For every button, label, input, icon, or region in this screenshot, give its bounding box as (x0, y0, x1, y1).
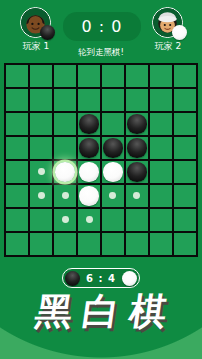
board-cell (30, 137, 52, 159)
player2-white-disc-badge (172, 25, 187, 40)
board-cell (30, 65, 52, 87)
board-cell[interactable] (30, 161, 52, 183)
white-disc-count-icon (122, 271, 137, 286)
board-cell (78, 137, 100, 159)
board-cell (78, 113, 100, 135)
board-cell (78, 185, 100, 207)
board-cell (78, 161, 100, 183)
board-cell[interactable] (126, 185, 148, 207)
board-cell[interactable] (30, 185, 52, 207)
board-cell (54, 113, 76, 135)
black-disc (127, 138, 146, 157)
black-disc (127, 162, 146, 181)
match-score-box: 0 : 0 (63, 12, 141, 41)
board-cell (54, 89, 76, 111)
move-hint[interactable] (62, 192, 69, 199)
board-cell (150, 89, 172, 111)
black-disc (103, 138, 122, 157)
board-cell (6, 137, 28, 159)
player2-panel: 玩家 2 (146, 7, 190, 51)
reversi-app: 玩家 1 0 : 0 玩家 2 轮到走黑棋! 6 : 4 (0, 0, 202, 359)
board-cell (54, 233, 76, 255)
player1-panel: 玩家 1 (14, 7, 58, 51)
black-disc-count-icon (65, 271, 80, 286)
board-cell (102, 137, 124, 159)
board-cell (54, 65, 76, 87)
move-hint[interactable] (38, 168, 45, 175)
board-cell (126, 65, 148, 87)
board-cell (174, 113, 196, 135)
player1-black-disc-badge (40, 25, 55, 40)
black-disc (127, 114, 146, 133)
board-cell (102, 89, 124, 111)
game-title: 黑白棋 (0, 291, 202, 333)
board-cell (78, 233, 100, 255)
disc-count: 6 : 4 (86, 273, 116, 284)
board-cell (150, 209, 172, 231)
board-cell (6, 209, 28, 231)
board-cell (78, 89, 100, 111)
board-cell (174, 89, 196, 111)
board-cell (150, 137, 172, 159)
board-cell (150, 113, 172, 135)
board-cell (6, 185, 28, 207)
board-cell (150, 65, 172, 87)
board-cell (6, 89, 28, 111)
board-cell (78, 65, 100, 87)
black-disc (79, 114, 98, 133)
match-score: 0 : 0 (82, 17, 123, 36)
board-cell (30, 89, 52, 111)
board-cell (54, 137, 76, 159)
board-cell[interactable] (78, 209, 100, 231)
board-cell (174, 137, 196, 159)
board-cell (102, 233, 124, 255)
board-cell (126, 113, 148, 135)
board-cell (30, 233, 52, 255)
board-cell (54, 161, 76, 183)
white-disc (79, 162, 98, 181)
board-cell (174, 209, 196, 231)
board-cell (150, 161, 172, 183)
board-cell[interactable] (54, 185, 76, 207)
board-cell (174, 65, 196, 87)
disc-count-pill: 6 : 4 (62, 268, 140, 288)
board-cell (102, 161, 124, 183)
board-cell (6, 113, 28, 135)
black-disc (79, 138, 98, 157)
board-cell (174, 185, 196, 207)
board-cell (30, 113, 52, 135)
board-cell (126, 137, 148, 159)
board-cell (174, 233, 196, 255)
board-cell (102, 209, 124, 231)
board-cell (6, 65, 28, 87)
board-cell (150, 233, 172, 255)
board-cell (6, 161, 28, 183)
move-hint[interactable] (86, 216, 93, 223)
move-hint[interactable] (38, 192, 45, 199)
player1-avatar (20, 7, 52, 39)
board-cell[interactable] (102, 185, 124, 207)
board-cell (126, 161, 148, 183)
turn-message: 轮到走黑棋! (0, 47, 202, 57)
white-disc (55, 162, 74, 181)
white-disc (103, 162, 122, 181)
move-hint[interactable] (109, 192, 116, 199)
board-cell (6, 233, 28, 255)
board-cell (102, 65, 124, 87)
board-cell (126, 209, 148, 231)
board-cell[interactable] (54, 209, 76, 231)
board-cell (126, 89, 148, 111)
player2-avatar (152, 7, 184, 39)
board-cell (126, 233, 148, 255)
board (4, 63, 198, 257)
move-hint[interactable] (62, 216, 69, 223)
move-hint[interactable] (133, 192, 140, 199)
board-cell (102, 113, 124, 135)
white-disc (79, 186, 98, 205)
board-cell (30, 209, 52, 231)
board-cell (174, 161, 196, 183)
board-cell (150, 185, 172, 207)
